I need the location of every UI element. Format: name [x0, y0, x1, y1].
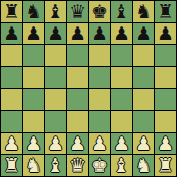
square-c1[interactable]: ♝	[45, 155, 66, 176]
square-f4[interactable]	[111, 89, 132, 110]
square-b4[interactable]	[23, 89, 44, 110]
square-f5[interactable]	[111, 67, 132, 88]
black-pawn[interactable]: ♟	[47, 23, 64, 44]
white-knight[interactable]: ♞	[135, 155, 152, 176]
square-h6[interactable]	[155, 45, 176, 66]
square-c7[interactable]: ♟	[45, 23, 66, 44]
square-e1[interactable]: ♚	[89, 155, 110, 176]
square-e5[interactable]	[89, 67, 110, 88]
square-b8[interactable]: ♞	[23, 1, 44, 22]
square-c3[interactable]	[45, 111, 66, 132]
square-d2[interactable]: ♟	[67, 133, 88, 154]
black-pawn[interactable]: ♟	[135, 23, 152, 44]
black-knight[interactable]: ♞	[135, 1, 152, 22]
white-pawn[interactable]: ♟	[3, 133, 20, 154]
square-f6[interactable]	[111, 45, 132, 66]
square-b5[interactable]	[23, 67, 44, 88]
square-d7[interactable]: ♟	[67, 23, 88, 44]
black-pawn[interactable]: ♟	[69, 23, 86, 44]
square-a3[interactable]	[1, 111, 22, 132]
square-g8[interactable]: ♞	[133, 1, 154, 22]
square-h2[interactable]: ♟	[155, 133, 176, 154]
black-pawn[interactable]: ♟	[25, 23, 42, 44]
square-g6[interactable]	[133, 45, 154, 66]
white-king[interactable]: ♚	[91, 155, 108, 176]
square-a4[interactable]	[1, 89, 22, 110]
square-f1[interactable]: ♝	[111, 155, 132, 176]
square-e3[interactable]	[89, 111, 110, 132]
square-f8[interactable]: ♝	[111, 1, 132, 22]
square-d5[interactable]	[67, 67, 88, 88]
square-a7[interactable]: ♟	[1, 23, 22, 44]
white-pawn[interactable]: ♟	[25, 133, 42, 154]
square-h4[interactable]	[155, 89, 176, 110]
white-pawn[interactable]: ♟	[91, 133, 108, 154]
square-g4[interactable]	[133, 89, 154, 110]
black-queen[interactable]: ♛	[69, 1, 86, 22]
square-d3[interactable]	[67, 111, 88, 132]
square-d8[interactable]: ♛	[67, 1, 88, 22]
square-h5[interactable]	[155, 67, 176, 88]
white-pawn[interactable]: ♟	[157, 133, 174, 154]
square-g1[interactable]: ♞	[133, 155, 154, 176]
square-a2[interactable]: ♟	[1, 133, 22, 154]
square-e8[interactable]: ♚	[89, 1, 110, 22]
white-pawn[interactable]: ♟	[135, 133, 152, 154]
square-a1[interactable]: ♜	[1, 155, 22, 176]
square-c8[interactable]: ♝	[45, 1, 66, 22]
square-f7[interactable]: ♟	[111, 23, 132, 44]
black-king[interactable]: ♚	[91, 1, 108, 22]
black-pawn[interactable]: ♟	[157, 23, 174, 44]
square-h8[interactable]: ♜	[155, 1, 176, 22]
square-e6[interactable]	[89, 45, 110, 66]
square-h3[interactable]	[155, 111, 176, 132]
square-e4[interactable]	[89, 89, 110, 110]
square-h7[interactable]: ♟	[155, 23, 176, 44]
square-g2[interactable]: ♟	[133, 133, 154, 154]
square-b3[interactable]	[23, 111, 44, 132]
white-pawn[interactable]: ♟	[47, 133, 64, 154]
black-bishop[interactable]: ♝	[47, 1, 64, 22]
square-f2[interactable]: ♟	[111, 133, 132, 154]
white-bishop[interactable]: ♝	[113, 155, 130, 176]
black-pawn[interactable]: ♟	[113, 23, 130, 44]
square-h1[interactable]: ♜	[155, 155, 176, 176]
white-bishop[interactable]: ♝	[47, 155, 64, 176]
square-g3[interactable]	[133, 111, 154, 132]
white-knight[interactable]: ♞	[25, 155, 42, 176]
square-g5[interactable]	[133, 67, 154, 88]
square-b6[interactable]	[23, 45, 44, 66]
square-f3[interactable]	[111, 111, 132, 132]
square-c4[interactable]	[45, 89, 66, 110]
black-rook[interactable]: ♜	[157, 1, 174, 22]
square-c6[interactable]	[45, 45, 66, 66]
square-c2[interactable]: ♟	[45, 133, 66, 154]
square-d4[interactable]	[67, 89, 88, 110]
square-c5[interactable]	[45, 67, 66, 88]
square-e2[interactable]: ♟	[89, 133, 110, 154]
black-pawn[interactable]: ♟	[3, 23, 20, 44]
square-a8[interactable]: ♜	[1, 1, 22, 22]
black-rook[interactable]: ♜	[3, 1, 20, 22]
black-knight[interactable]: ♞	[25, 1, 42, 22]
square-b1[interactable]: ♞	[23, 155, 44, 176]
white-rook[interactable]: ♜	[3, 155, 20, 176]
white-queen[interactable]: ♛	[69, 155, 86, 176]
white-rook[interactable]: ♜	[157, 155, 174, 176]
white-pawn[interactable]: ♟	[113, 133, 130, 154]
square-a5[interactable]	[1, 67, 22, 88]
square-d6[interactable]	[67, 45, 88, 66]
square-b7[interactable]: ♟	[23, 23, 44, 44]
square-b2[interactable]: ♟	[23, 133, 44, 154]
chess-board: ♜♞♝♛♚♝♞♜♟♟♟♟♟♟♟♟♟♟♟♟♟♟♟♟♜♞♝♛♚♝♞♜	[0, 0, 177, 177]
square-d1[interactable]: ♛	[67, 155, 88, 176]
square-e7[interactable]: ♟	[89, 23, 110, 44]
white-pawn[interactable]: ♟	[69, 133, 86, 154]
black-bishop[interactable]: ♝	[113, 1, 130, 22]
square-a6[interactable]	[1, 45, 22, 66]
black-pawn[interactable]: ♟	[91, 23, 108, 44]
square-g7[interactable]: ♟	[133, 23, 154, 44]
